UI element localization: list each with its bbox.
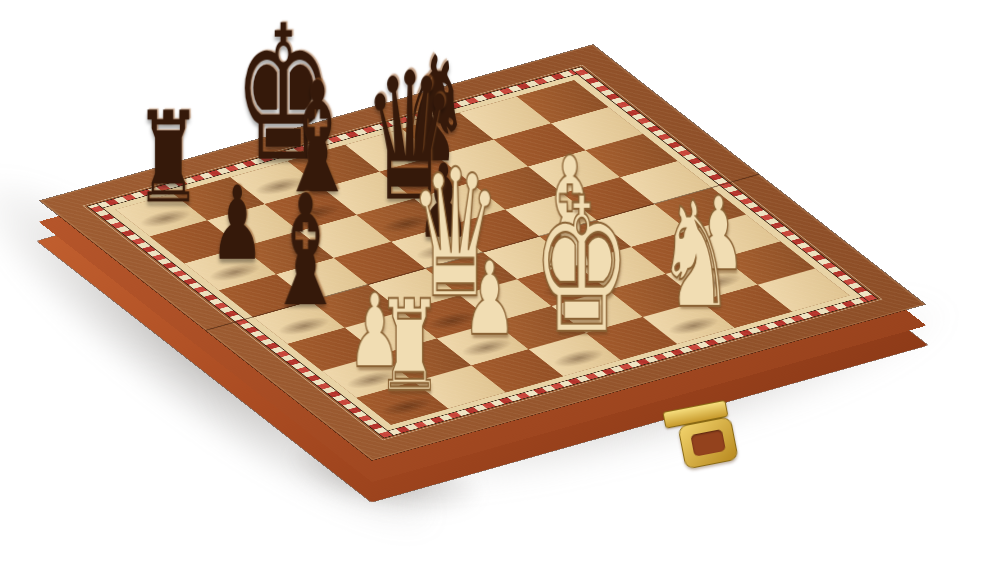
light-king-d1[interactable]: ♚	[508, 173, 655, 360]
square-f1[interactable]: ♞	[643, 301, 735, 344]
latch-hole	[690, 429, 726, 457]
latch-loop	[677, 416, 738, 469]
folding-chess-box: ♜♚♝♞♟♛♟♝♛♝♟♟♟♜♚♞	[40, 45, 925, 461]
chess-box-photo: ♜♚♝♞♟♛♟♝♛♝♟♟♟♜♚♞	[0, 0, 1000, 575]
light-rook-a1[interactable]: ♜	[336, 283, 483, 409]
box-top-face: ♜♚♝♞♟♛♟♝♛♝♟♟♟♜♚♞	[40, 45, 925, 461]
